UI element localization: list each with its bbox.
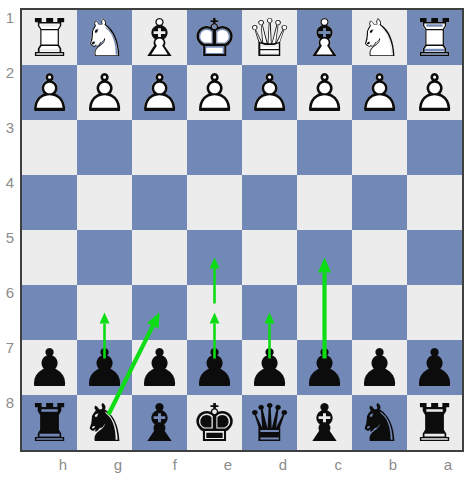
piece-black-pawn[interactable]: ♟ [22,340,77,395]
square-g3[interactable] [77,120,132,175]
file-label-d: d [242,454,297,476]
square-h6[interactable] [22,285,77,340]
piece-outline-layer: ♖ [407,10,462,65]
square-g1[interactable]: ♞♘ [77,10,132,65]
piece-white-knight[interactable]: ♞♘ [352,10,407,65]
square-b4[interactable] [352,175,407,230]
square-c4[interactable] [297,175,352,230]
piece-black-queen[interactable]: ♛ [242,395,297,450]
piece-white-bishop[interactable]: ♝♗ [132,10,187,65]
piece-white-bishop[interactable]: ♝♗ [297,10,352,65]
piece-white-pawn[interactable]: ♟♙ [77,65,132,120]
piece-black-pawn[interactable]: ♟ [242,340,297,395]
rank-label-3: 3 [2,119,18,137]
file-label-c: c [297,454,352,476]
piece-black-bishop[interactable]: ♝ [297,395,352,450]
piece-black-pawn[interactable]: ♟ [132,340,187,395]
piece-outline-layer: ♙ [22,65,77,120]
piece-white-knight[interactable]: ♞♘ [77,10,132,65]
piece-white-pawn[interactable]: ♟♙ [297,65,352,120]
piece-black-pawn[interactable]: ♟ [187,340,242,395]
piece-outline-layer: ♙ [132,65,187,120]
piece-white-queen[interactable]: ♛♕ [242,10,297,65]
square-a6[interactable] [407,285,462,340]
square-h3[interactable] [22,120,77,175]
rank-label-2: 2 [2,64,18,82]
rank-label-5: 5 [2,229,18,247]
square-e8[interactable]: ♚ [187,395,242,450]
rank-label-1: 1 [2,9,18,27]
piece-black-pawn[interactable]: ♟ [297,340,352,395]
square-c2[interactable]: ♟♙ [297,65,352,120]
square-h8[interactable]: ♜ [22,395,77,450]
square-g8[interactable]: ♞ [77,395,132,450]
square-e1[interactable]: ♚♔ [187,10,242,65]
piece-outline-layer: ♕ [242,10,297,65]
square-d5[interactable] [242,230,297,285]
square-c3[interactable] [297,120,352,175]
piece-black-rook[interactable]: ♜ [22,395,77,450]
piece-outline-layer: ♖ [22,10,77,65]
square-g7[interactable]: ♟ [77,340,132,395]
square-d3[interactable] [242,120,297,175]
square-a7[interactable]: ♟ [407,340,462,395]
piece-black-pawn[interactable]: ♟ [77,340,132,395]
piece-outline-layer: ♘ [77,10,132,65]
square-c8[interactable]: ♝ [297,395,352,450]
square-b1[interactable]: ♞♘ [352,10,407,65]
square-b6[interactable] [352,285,407,340]
square-a5[interactable] [407,230,462,285]
piece-black-rook[interactable]: ♜ [407,395,462,450]
square-f2[interactable]: ♟♙ [132,65,187,120]
file-label-e: e [187,454,242,476]
piece-black-knight[interactable]: ♞ [77,395,132,450]
square-e5[interactable] [187,230,242,285]
square-c6[interactable] [297,285,352,340]
piece-white-pawn[interactable]: ♟♙ [242,65,297,120]
square-a8[interactable]: ♜ [407,395,462,450]
square-h2[interactable]: ♟♙ [22,65,77,120]
square-b7[interactable]: ♟ [352,340,407,395]
square-g2[interactable]: ♟♙ [77,65,132,120]
rank-label-6: 6 [2,284,18,302]
piece-white-rook[interactable]: ♜♖ [22,10,77,65]
square-a1[interactable]: ♜♖ [407,10,462,65]
square-a3[interactable] [407,120,462,175]
square-e2[interactable]: ♟♙ [187,65,242,120]
chessboard-page: 12345678 ♜♖♞♘♝♗♚♔♛♕♝♗♞♘♜♖♟♙♟♙♟♙♟♙♟♙♟♙♟♙♟… [0,0,474,482]
square-g6[interactable] [77,285,132,340]
square-h4[interactable] [22,175,77,230]
piece-white-pawn[interactable]: ♟♙ [352,65,407,120]
square-d6[interactable] [242,285,297,340]
square-f3[interactable] [132,120,187,175]
rank-label-7: 7 [2,339,18,357]
piece-black-pawn[interactable]: ♟ [352,340,407,395]
square-f5[interactable] [132,230,187,285]
square-h5[interactable] [22,230,77,285]
square-b3[interactable] [352,120,407,175]
piece-white-pawn[interactable]: ♟♙ [407,65,462,120]
square-f6[interactable] [132,285,187,340]
piece-outline-layer: ♗ [297,10,352,65]
piece-black-bishop[interactable]: ♝ [132,395,187,450]
square-a4[interactable] [407,175,462,230]
square-e3[interactable] [187,120,242,175]
piece-white-king[interactable]: ♚♔ [187,10,242,65]
piece-outline-layer: ♘ [352,10,407,65]
rank-label-4: 4 [2,174,18,192]
square-e4[interactable] [187,175,242,230]
square-d8[interactable]: ♛ [242,395,297,450]
square-f1[interactable]: ♝♗ [132,10,187,65]
square-c7[interactable]: ♟ [297,340,352,395]
square-f8[interactable]: ♝ [132,395,187,450]
piece-white-pawn[interactable]: ♟♙ [132,65,187,120]
square-b8[interactable]: ♞ [352,395,407,450]
rank-label-8: 8 [2,394,18,412]
square-f7[interactable]: ♟ [132,340,187,395]
square-h7[interactable]: ♟ [22,340,77,395]
square-c1[interactable]: ♝♗ [297,10,352,65]
board-frame: ♜♖♞♘♝♗♚♔♛♕♝♗♞♘♜♖♟♙♟♙♟♙♟♙♟♙♟♙♟♙♟♙♟♟♟♟♟♟♟♟… [20,8,464,452]
piece-white-pawn[interactable]: ♟♙ [187,65,242,120]
square-f4[interactable] [132,175,187,230]
piece-outline-layer: ♙ [297,65,352,120]
chess-board: ♜♖♞♘♝♗♚♔♛♕♝♗♞♘♜♖♟♙♟♙♟♙♟♙♟♙♟♙♟♙♟♙♟♟♟♟♟♟♟♟… [22,10,462,450]
piece-outline-layer: ♙ [407,65,462,120]
piece-white-pawn[interactable]: ♟♙ [22,65,77,120]
square-h1[interactable]: ♜♖ [22,10,77,65]
square-d7[interactable]: ♟ [242,340,297,395]
piece-outline-layer: ♙ [352,65,407,120]
square-c5[interactable] [297,230,352,285]
piece-outline-layer: ♗ [132,10,187,65]
file-label-a: a [407,454,462,476]
square-e6[interactable] [187,285,242,340]
piece-outline-layer: ♙ [77,65,132,120]
piece-black-pawn[interactable]: ♟ [407,340,462,395]
square-b2[interactable]: ♟♙ [352,65,407,120]
piece-outline-layer: ♙ [187,65,242,120]
piece-black-king[interactable]: ♚ [187,395,242,450]
file-label-f: f [132,454,187,476]
square-g5[interactable] [77,230,132,285]
piece-white-rook[interactable]: ♜♖ [407,10,462,65]
square-d2[interactable]: ♟♙ [242,65,297,120]
square-b5[interactable] [352,230,407,285]
piece-outline-layer: ♔ [187,10,242,65]
file-label-h: h [22,454,77,476]
piece-black-knight[interactable]: ♞ [352,395,407,450]
square-e7[interactable]: ♟ [187,340,242,395]
square-d4[interactable] [242,175,297,230]
piece-outline-layer: ♙ [242,65,297,120]
file-label-g: g [77,454,132,476]
square-a2[interactable]: ♟♙ [407,65,462,120]
square-g4[interactable] [77,175,132,230]
file-label-b: b [352,454,407,476]
square-d1[interactable]: ♛♕ [242,10,297,65]
